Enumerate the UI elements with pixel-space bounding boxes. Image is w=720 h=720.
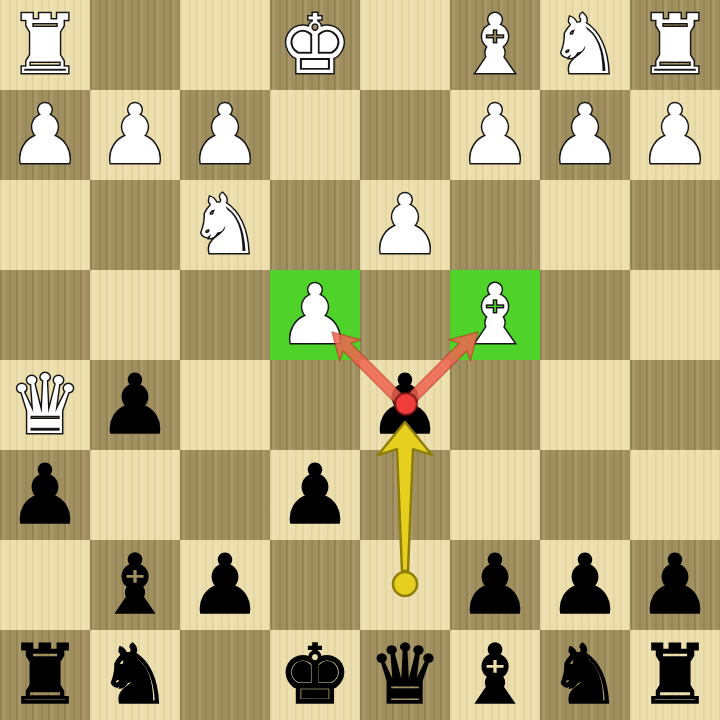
piece-white-king-e1[interactable]: ♚ [278, 0, 352, 90]
square-h1[interactable]: ♜ [0, 0, 90, 90]
square-d3[interactable]: ♟ [360, 180, 450, 270]
square-e5[interactable] [270, 360, 360, 450]
piece-white-bishop-c1[interactable]: ♝ [458, 0, 532, 90]
square-b1[interactable]: ♞ [540, 0, 630, 90]
square-h3[interactable] [0, 180, 90, 270]
piece-black-bishop-g7[interactable]: ♝ [98, 540, 172, 630]
square-f5[interactable] [180, 360, 270, 450]
piece-white-pawn-h2[interactable]: ♟ [8, 90, 82, 180]
piece-black-knight-b8[interactable]: ♞ [548, 630, 622, 720]
piece-black-rook-h8[interactable]: ♜ [8, 630, 82, 720]
piece-white-pawn-e4[interactable]: ♟ [278, 270, 352, 360]
square-g1[interactable] [90, 0, 180, 90]
piece-white-pawn-f2[interactable]: ♟ [188, 90, 262, 180]
square-c6[interactable] [450, 450, 540, 540]
square-a5[interactable] [630, 360, 720, 450]
square-f2[interactable]: ♟ [180, 90, 270, 180]
square-b8[interactable]: ♞ [540, 630, 630, 720]
square-c5[interactable] [450, 360, 540, 450]
piece-black-pawn-c7[interactable]: ♟ [458, 540, 532, 630]
piece-black-rook-a8[interactable]: ♜ [638, 630, 712, 720]
piece-white-pawn-a2[interactable]: ♟ [638, 90, 712, 180]
square-d2[interactable] [360, 90, 450, 180]
square-h4[interactable] [0, 270, 90, 360]
piece-black-pawn-e6[interactable]: ♟ [278, 450, 352, 540]
square-h5[interactable]: ♛ [0, 360, 90, 450]
square-e7[interactable] [270, 540, 360, 630]
square-e8[interactable]: ♚ [270, 630, 360, 720]
square-f3[interactable]: ♞ [180, 180, 270, 270]
chess-app: ♜♚♝♞♜♟♟♟♟♟♟♞♟♟♝♛♟♟♟♟♝♟♟♟♟♜♞♚♛♝♞♜ [0, 0, 720, 720]
square-a8[interactable]: ♜ [630, 630, 720, 720]
square-b2[interactable]: ♟ [540, 90, 630, 180]
chess-board: ♜♚♝♞♜♟♟♟♟♟♟♞♟♟♝♛♟♟♟♟♝♟♟♟♟♜♞♚♛♝♞♜ [0, 0, 720, 720]
square-e3[interactable] [270, 180, 360, 270]
piece-white-pawn-d3[interactable]: ♟ [368, 180, 442, 270]
square-d5[interactable]: ♟ [360, 360, 450, 450]
piece-white-pawn-c2[interactable]: ♟ [458, 90, 532, 180]
square-h8[interactable]: ♜ [0, 630, 90, 720]
square-a4[interactable] [630, 270, 720, 360]
square-d6[interactable] [360, 450, 450, 540]
square-c4[interactable]: ♝ [450, 270, 540, 360]
piece-black-pawn-a7[interactable]: ♟ [638, 540, 712, 630]
piece-white-rook-h1[interactable]: ♜ [8, 0, 82, 90]
square-b6[interactable] [540, 450, 630, 540]
square-c8[interactable]: ♝ [450, 630, 540, 720]
piece-white-bishop-c4[interactable]: ♝ [458, 270, 532, 360]
square-d1[interactable] [360, 0, 450, 90]
square-g5[interactable]: ♟ [90, 360, 180, 450]
square-c1[interactable]: ♝ [450, 0, 540, 90]
square-f6[interactable] [180, 450, 270, 540]
square-g4[interactable] [90, 270, 180, 360]
square-a6[interactable] [630, 450, 720, 540]
square-e4[interactable]: ♟ [270, 270, 360, 360]
square-d7[interactable] [360, 540, 450, 630]
piece-white-knight-b1[interactable]: ♞ [548, 0, 622, 90]
square-a7[interactable]: ♟ [630, 540, 720, 630]
piece-black-pawn-d5[interactable]: ♟ [368, 360, 442, 450]
square-c3[interactable] [450, 180, 540, 270]
square-g3[interactable] [90, 180, 180, 270]
piece-white-queen-h5[interactable]: ♛ [8, 360, 82, 450]
piece-black-pawn-h6[interactable]: ♟ [8, 450, 82, 540]
square-g6[interactable] [90, 450, 180, 540]
square-h2[interactable]: ♟ [0, 90, 90, 180]
piece-black-queen-d8[interactable]: ♛ [368, 630, 442, 720]
square-c7[interactable]: ♟ [450, 540, 540, 630]
piece-black-pawn-g5[interactable]: ♟ [98, 360, 172, 450]
square-b5[interactable] [540, 360, 630, 450]
piece-black-pawn-b7[interactable]: ♟ [548, 540, 622, 630]
square-a1[interactable]: ♜ [630, 0, 720, 90]
square-f8[interactable] [180, 630, 270, 720]
square-f1[interactable] [180, 0, 270, 90]
square-b4[interactable] [540, 270, 630, 360]
square-d4[interactable] [360, 270, 450, 360]
square-d8[interactable]: ♛ [360, 630, 450, 720]
square-b7[interactable]: ♟ [540, 540, 630, 630]
square-b3[interactable] [540, 180, 630, 270]
piece-black-bishop-c8[interactable]: ♝ [458, 630, 532, 720]
piece-black-king-e8[interactable]: ♚ [278, 630, 352, 720]
piece-black-pawn-f7[interactable]: ♟ [188, 540, 262, 630]
square-c2[interactable]: ♟ [450, 90, 540, 180]
square-e1[interactable]: ♚ [270, 0, 360, 90]
square-a3[interactable] [630, 180, 720, 270]
square-e6[interactable]: ♟ [270, 450, 360, 540]
piece-white-rook-a1[interactable]: ♜ [638, 0, 712, 90]
square-g7[interactable]: ♝ [90, 540, 180, 630]
square-h7[interactable] [0, 540, 90, 630]
square-h6[interactable]: ♟ [0, 450, 90, 540]
piece-white-pawn-b2[interactable]: ♟ [548, 90, 622, 180]
square-g8[interactable]: ♞ [90, 630, 180, 720]
square-a2[interactable]: ♟ [630, 90, 720, 180]
square-e2[interactable] [270, 90, 360, 180]
square-g2[interactable]: ♟ [90, 90, 180, 180]
square-f7[interactable]: ♟ [180, 540, 270, 630]
piece-white-knight-f3[interactable]: ♞ [188, 180, 262, 270]
piece-black-knight-g8[interactable]: ♞ [98, 630, 172, 720]
piece-white-pawn-g2[interactable]: ♟ [98, 90, 172, 180]
square-f4[interactable] [180, 270, 270, 360]
